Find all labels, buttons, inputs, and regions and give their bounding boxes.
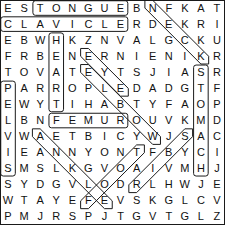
grid-cell[interactable]: J	[145, 64, 161, 80]
grid-cell[interactable]: J	[96, 209, 112, 225]
grid-cell[interactable]: D	[161, 80, 177, 96]
grid-cell[interactable]: G	[48, 177, 64, 193]
grid-cell[interactable]: T	[48, 96, 64, 112]
grid-cell[interactable]: O	[193, 96, 209, 112]
grid-cell[interactable]: T	[64, 64, 80, 80]
grid-cell[interactable]: P	[80, 209, 96, 225]
grid-cell[interactable]: Y	[16, 177, 32, 193]
grid-cell[interactable]: Z	[80, 32, 96, 48]
grid-cell[interactable]: P	[0, 209, 16, 225]
grid-cell[interactable]: A	[32, 16, 48, 32]
grid-cell[interactable]: R	[32, 80, 48, 96]
grid-cell[interactable]: P	[0, 80, 16, 96]
grid-cell[interactable]: K	[64, 32, 80, 48]
grid-cell[interactable]: W	[0, 193, 16, 209]
grid-cell[interactable]: E	[161, 16, 177, 32]
grid-cell[interactable]: B	[32, 48, 48, 64]
grid-cell[interactable]: G	[80, 0, 96, 16]
grid-cell[interactable]: E	[145, 48, 161, 64]
grid-cell[interactable]: G	[177, 80, 193, 96]
grid-cell[interactable]: A	[96, 96, 112, 112]
grid-cell[interactable]: G	[161, 193, 177, 209]
grid-cell[interactable]: D	[129, 80, 145, 96]
grid-cell[interactable]: A	[129, 161, 145, 177]
grid-cell[interactable]: T	[129, 145, 145, 161]
grid-cell[interactable]: E	[0, 96, 16, 112]
grid-cell[interactable]: O	[129, 112, 145, 128]
grid-cell[interactable]: Y	[129, 129, 145, 145]
grid-cell[interactable]: L	[96, 80, 112, 96]
grid-cell[interactable]: A	[32, 193, 48, 209]
grid-cell[interactable]: S	[16, 0, 32, 16]
grid-cell[interactable]: A	[129, 32, 145, 48]
grid-cell[interactable]: A	[16, 80, 32, 96]
grid-cell[interactable]: M	[16, 161, 32, 177]
grid-cell[interactable]: T	[209, 0, 225, 16]
grid-cell[interactable]: N	[64, 48, 80, 64]
grid-cell[interactable]: I	[0, 145, 16, 161]
grid-cell[interactable]: H	[80, 96, 96, 112]
grid-cell[interactable]: G	[177, 209, 193, 225]
grid-cell[interactable]: V	[96, 161, 112, 177]
grid-cell[interactable]: K	[177, 16, 193, 32]
grid-cell[interactable]: B	[129, 0, 145, 16]
grid-cell[interactable]: F	[80, 193, 96, 209]
grid-cell[interactable]: V	[0, 129, 16, 145]
grid-cell[interactable]: Y	[32, 96, 48, 112]
grid-cell[interactable]: Y	[96, 64, 112, 80]
grid-cell[interactable]: K	[177, 0, 193, 16]
grid-cell[interactable]: R	[209, 48, 225, 64]
grid-cell[interactable]: J	[32, 209, 48, 225]
grid-cell[interactable]: H	[193, 161, 209, 177]
grid-cell[interactable]: Y	[48, 193, 64, 209]
grid-cell[interactable]: N	[145, 0, 161, 16]
grid-cell[interactable]: C	[112, 129, 128, 145]
grid-cell[interactable]: N	[112, 145, 128, 161]
grid-cell[interactable]: J	[209, 161, 225, 177]
grid-cell[interactable]: L	[48, 161, 64, 177]
grid-cell[interactable]: V	[64, 177, 80, 193]
grid-cell[interactable]: D	[209, 112, 225, 128]
grid-cell[interactable]: R	[48, 209, 64, 225]
grid-cell[interactable]: B	[16, 32, 32, 48]
grid-cell[interactable]: Y	[177, 145, 193, 161]
grid-cell[interactable]: C	[209, 129, 225, 145]
grid-cell[interactable]: E	[80, 48, 96, 64]
grid-cell[interactable]: E	[112, 0, 128, 16]
grid-cell[interactable]: K	[145, 193, 161, 209]
grid-cell[interactable]: S	[129, 64, 145, 80]
grid-cell[interactable]: O	[16, 64, 32, 80]
grid-cell[interactable]: V	[161, 112, 177, 128]
grid-cell[interactable]: Z	[209, 209, 225, 225]
grid-cell[interactable]: S	[193, 64, 209, 80]
grid-cell[interactable]: M	[16, 209, 32, 225]
grid-cell[interactable]: L	[0, 112, 16, 128]
grid-cell[interactable]: E	[112, 80, 128, 96]
grid-cell[interactable]: E	[16, 145, 32, 161]
grid-cell[interactable]: L	[145, 32, 161, 48]
grid-cell[interactable]: F	[145, 145, 161, 161]
grid-cell[interactable]: V	[32, 64, 48, 80]
grid-cell[interactable]: W	[16, 129, 32, 145]
grid-cell[interactable]: R	[112, 112, 128, 128]
grid-cell[interactable]: W	[32, 32, 48, 48]
grid-cell[interactable]: U	[96, 112, 112, 128]
word-search-board: ESTONGUEBNFKATCLAVICLERDEKRIEBWHKZNVALGC…	[0, 0, 225, 225]
grid-cell[interactable]: T	[64, 129, 80, 145]
grid-cell[interactable]: S	[177, 129, 193, 145]
grid-cell[interactable]: S	[32, 161, 48, 177]
grid-cell[interactable]: E	[209, 177, 225, 193]
letter-grid: ESTONGUEBNFKATCLAVICLERDEKRIEBWHKZNVALGC…	[0, 0, 225, 225]
grid-cell[interactable]: G	[129, 209, 145, 225]
grid-cell[interactable]: D	[145, 16, 161, 32]
grid-cell[interactable]: T	[32, 0, 48, 16]
grid-cell[interactable]: A	[32, 145, 48, 161]
grid-cell[interactable]: A	[177, 64, 193, 80]
grid-cell[interactable]: K	[193, 32, 209, 48]
grid-cell[interactable]: B	[112, 96, 128, 112]
grid-cell[interactable]: L	[16, 16, 32, 32]
grid-cell[interactable]: R	[16, 48, 32, 64]
grid-cell[interactable]: K	[177, 112, 193, 128]
grid-cell[interactable]: Y	[80, 145, 96, 161]
grid-cell[interactable]: M	[80, 112, 96, 128]
grid-cell[interactable]: K	[64, 161, 80, 177]
grid-cell[interactable]: L	[96, 16, 112, 32]
grid-cell[interactable]: T	[0, 64, 16, 80]
grid-cell[interactable]: R	[48, 80, 64, 96]
grid-cell[interactable]: L	[145, 177, 161, 193]
grid-cell[interactable]: E	[80, 64, 96, 80]
grid-cell[interactable]: J	[161, 129, 177, 145]
grid-cell[interactable]: E	[64, 112, 80, 128]
grid-cell[interactable]: C	[193, 145, 209, 161]
grid-cell[interactable]: L	[80, 177, 96, 193]
grid-cell[interactable]: O	[48, 0, 64, 16]
grid-cell[interactable]: E	[96, 193, 112, 209]
grid-cell[interactable]: E	[0, 0, 16, 16]
grid-cell[interactable]: N	[48, 145, 64, 161]
grid-cell[interactable]: C	[80, 16, 96, 32]
grid-cell[interactable]: O	[112, 161, 128, 177]
grid-cell[interactable]: C	[193, 193, 209, 209]
grid-cell[interactable]: A	[193, 129, 209, 145]
grid-cell[interactable]: N	[64, 0, 80, 16]
grid-cell[interactable]: E	[64, 193, 80, 209]
grid-cell[interactable]: B	[161, 145, 177, 161]
grid-cell[interactable]: R	[96, 48, 112, 64]
grid-cell[interactable]: R	[193, 16, 209, 32]
grid-cell[interactable]: N	[112, 48, 128, 64]
grid-cell[interactable]: O	[96, 145, 112, 161]
grid-cell[interactable]: E	[48, 129, 64, 145]
grid-cell[interactable]: U	[96, 0, 112, 16]
grid-cell[interactable]: P	[80, 80, 96, 96]
grid-cell[interactable]: E	[48, 48, 64, 64]
grid-cell[interactable]: G	[80, 161, 96, 177]
grid-cell[interactable]: C	[177, 32, 193, 48]
grid-cell[interactable]: K	[193, 48, 209, 64]
grid-cell[interactable]: R	[129, 16, 145, 32]
grid-cell[interactable]: I	[145, 161, 161, 177]
grid-cell[interactable]: I	[64, 16, 80, 32]
grid-cell[interactable]: V	[112, 32, 128, 48]
grid-cell[interactable]: F	[209, 80, 225, 96]
grid-cell[interactable]: S	[0, 177, 16, 193]
grid-cell[interactable]: G	[161, 32, 177, 48]
grid-cell[interactable]: P	[209, 96, 225, 112]
grid-cell[interactable]: O	[64, 80, 80, 96]
grid-cell[interactable]: T	[129, 96, 145, 112]
grid-cell[interactable]: S	[64, 209, 80, 225]
grid-cell[interactable]: U	[209, 32, 225, 48]
grid-cell[interactable]: A	[145, 80, 161, 96]
grid-cell[interactable]: R	[209, 64, 225, 80]
grid-cell[interactable]: L	[177, 193, 193, 209]
grid-cell[interactable]: B	[80, 129, 96, 145]
grid-cell[interactable]: I	[64, 96, 80, 112]
grid-cell[interactable]: H	[48, 32, 64, 48]
grid-cell[interactable]: I	[161, 64, 177, 80]
grid-cell[interactable]: U	[145, 112, 161, 128]
grid-cell[interactable]: R	[129, 177, 145, 193]
grid-cell[interactable]: V	[112, 193, 128, 209]
grid-cell[interactable]: T	[112, 64, 128, 80]
grid-cell[interactable]: I	[209, 16, 225, 32]
grid-cell[interactable]: V	[145, 209, 161, 225]
grid-cell[interactable]: A	[32, 129, 48, 145]
grid-cell[interactable]: M	[193, 112, 209, 128]
grid-cell[interactable]: F	[161, 0, 177, 16]
grid-cell[interactable]: T	[112, 209, 128, 225]
grid-cell[interactable]: N	[161, 48, 177, 64]
grid-cell[interactable]: N	[32, 112, 48, 128]
grid-cell[interactable]: V	[161, 161, 177, 177]
grid-cell[interactable]: B	[16, 112, 32, 128]
grid-cell[interactable]: I	[209, 145, 225, 161]
grid-cell[interactable]: E	[112, 16, 128, 32]
grid-cell[interactable]: H	[161, 177, 177, 193]
grid-cell[interactable]: W	[145, 129, 161, 145]
grid-cell[interactable]: J	[193, 177, 209, 193]
grid-cell[interactable]: S	[129, 193, 145, 209]
grid-cell[interactable]: N	[96, 32, 112, 48]
grid-cell[interactable]: N	[64, 145, 80, 161]
grid-cell[interactable]: F	[161, 96, 177, 112]
grid-cell[interactable]: A	[48, 64, 64, 80]
grid-cell[interactable]: I	[177, 48, 193, 64]
grid-cell[interactable]: M	[177, 161, 193, 177]
grid-cell[interactable]: T	[193, 80, 209, 96]
grid-cell[interactable]: A	[177, 96, 193, 112]
grid-cell[interactable]: Y	[145, 96, 161, 112]
grid-cell[interactable]: I	[96, 129, 112, 145]
grid-cell[interactable]: I	[129, 48, 145, 64]
grid-cell[interactable]: C	[0, 16, 16, 32]
grid-cell[interactable]: L	[193, 209, 209, 225]
grid-cell[interactable]: V	[209, 193, 225, 209]
grid-cell[interactable]: A	[193, 0, 209, 16]
grid-cell[interactable]: S	[0, 161, 16, 177]
grid-cell[interactable]: V	[48, 16, 64, 32]
grid-cell[interactable]: T	[161, 209, 177, 225]
grid-cell[interactable]: O	[96, 177, 112, 193]
grid-cell[interactable]: T	[16, 193, 32, 209]
grid-cell[interactable]: D	[112, 177, 128, 193]
grid-cell[interactable]: W	[16, 96, 32, 112]
grid-cell[interactable]: F	[0, 48, 16, 64]
grid-cell[interactable]: F	[48, 112, 64, 128]
grid-cell[interactable]: W	[177, 177, 193, 193]
grid-cell[interactable]: E	[0, 32, 16, 48]
grid-cell[interactable]: D	[32, 177, 48, 193]
